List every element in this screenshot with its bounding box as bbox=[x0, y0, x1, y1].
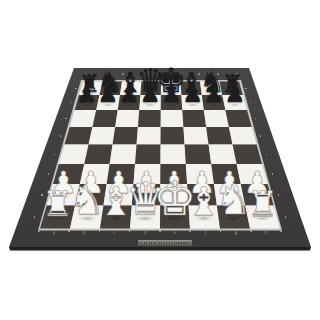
piece-black-pawn-d7[interactable]: ♟ bbox=[138, 83, 162, 107]
piece-black-pawn-h7[interactable]: ♟ bbox=[223, 83, 247, 107]
piece-black-pawn-f7[interactable]: ♟ bbox=[181, 83, 205, 107]
piece-white-rook-h1[interactable]: ♜ bbox=[245, 187, 280, 222]
chess-board-photo: abcdefgh ♜♞♝♛♚♝♞♜♟♟♟♟♟♟♟♟♟♟♟♟♟♟♟♟♜♞♝♛♚♝♞… bbox=[0, 0, 320, 320]
pieces-layer: ♜♞♝♛♚♝♞♜♟♟♟♟♟♟♟♟♟♟♟♟♟♟♟♟♜♞♝♛♚♝♞♜ bbox=[0, 0, 320, 320]
piece-black-pawn-b7[interactable]: ♟ bbox=[96, 83, 120, 107]
